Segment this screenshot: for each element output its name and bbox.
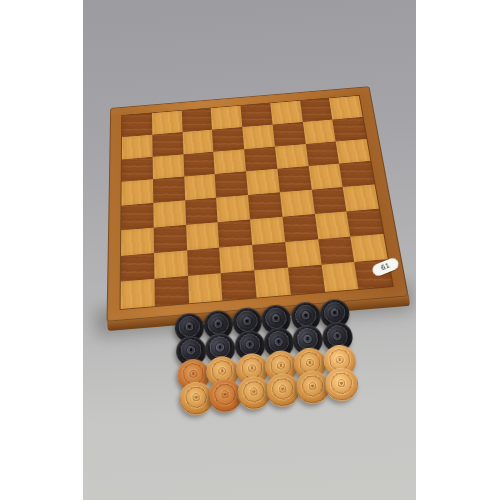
board-square [302,119,335,143]
board-square [314,211,350,239]
board-square [153,177,185,203]
board-square [347,208,384,236]
board-square [241,103,273,127]
board-square [242,124,274,148]
board-square [121,253,154,282]
checkers-board [107,86,409,321]
board-square [311,187,346,214]
board-square [211,106,242,130]
checker-piece-light [324,366,360,402]
board-square [154,250,188,279]
board-square [280,190,315,217]
board-square [218,219,252,247]
board-square [181,108,212,132]
board-square [248,192,282,219]
board-square [152,111,182,135]
board-square [339,161,374,187]
board-square [250,217,285,245]
board-square [122,113,152,137]
board-square [152,154,183,179]
board-square [219,244,254,273]
photo-canvas: 61 [0,0,500,500]
board-square [321,262,359,292]
board-square [185,198,218,225]
board-square [215,172,248,198]
board-square [184,174,217,200]
right-white-bar [416,0,500,500]
board-square [122,134,153,159]
checker-pieces-tray [172,298,363,415]
board-square [275,144,309,169]
grey-backdrop: 61 [83,0,416,500]
board-square [153,225,186,253]
board-square [305,141,339,166]
board-square [270,101,302,125]
board-square [336,139,371,164]
board-square [329,96,362,120]
board-square [214,149,246,174]
board-square [285,239,321,268]
board-square [272,122,305,146]
board-square [300,98,333,122]
board-square [288,265,325,295]
lot-sticker-label: 61 [380,262,391,272]
board-square [308,164,343,190]
board-square [216,195,250,222]
board-square [121,179,153,205]
board-square [333,117,367,141]
left-white-bar [0,0,83,500]
board-square [154,276,188,306]
board-square [318,236,355,265]
board-square [221,271,257,301]
board-square [246,169,280,195]
board-square [183,151,215,176]
board-square [187,247,221,276]
board-square [244,146,277,171]
board-square [188,273,223,303]
board-square [153,200,186,227]
board-square [212,127,244,152]
board-square [186,222,220,250]
board-square [121,203,153,230]
board-square [121,279,155,309]
board-square [121,227,154,255]
board-square [282,214,317,242]
board-square [343,184,379,211]
board-square [122,157,153,182]
board-square [254,268,290,298]
board-square [182,129,213,154]
board-frame [107,86,409,321]
board-square [152,132,183,157]
board-square [252,242,288,271]
board-square [277,166,311,192]
board-squares-grid [121,96,393,309]
board-square [350,233,387,262]
